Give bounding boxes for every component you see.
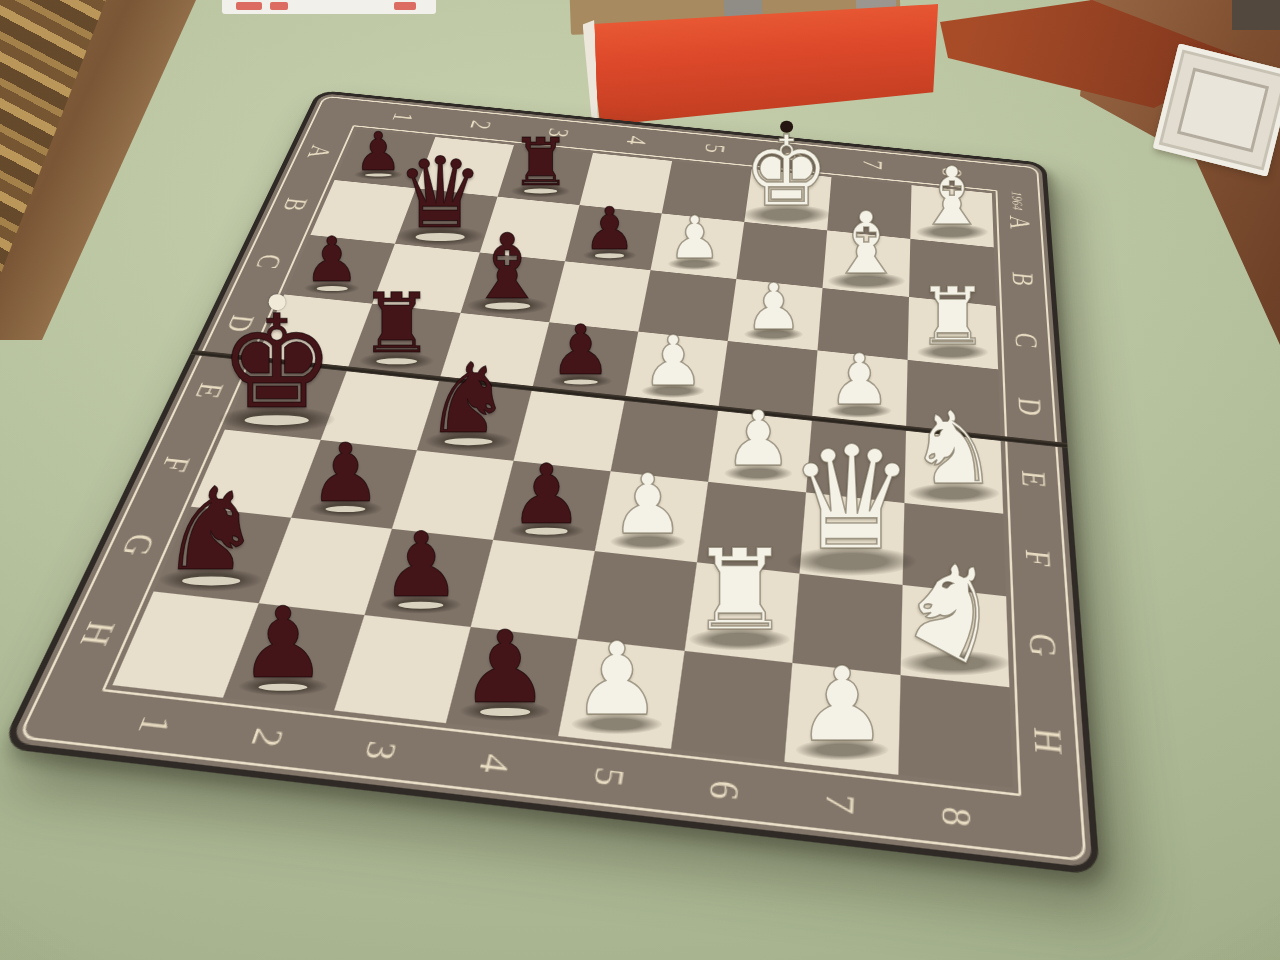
square-H5	[558, 639, 684, 749]
square-C7	[817, 288, 909, 360]
label-right-E: E	[1016, 469, 1051, 489]
square-A5	[662, 161, 752, 222]
label-left-G: G	[116, 532, 162, 558]
appliance-edge	[1232, 0, 1280, 30]
square-H4	[446, 627, 578, 736]
square-G6	[685, 562, 800, 663]
square-C5	[638, 270, 736, 341]
square-E4	[514, 389, 626, 472]
square-A3	[498, 145, 593, 205]
label-right-C: C	[1010, 331, 1042, 349]
square-E7	[806, 418, 906, 503]
label-right-A: A	[1005, 214, 1035, 231]
square-F5	[595, 471, 708, 562]
label-left-H: H	[74, 619, 123, 647]
label-right-H: H	[1028, 725, 1069, 755]
label-left-F: F	[155, 454, 196, 473]
square-H7	[784, 663, 900, 775]
red-print-mark	[394, 2, 416, 10]
square-C8	[908, 297, 998, 369]
label-right-G: G	[1023, 631, 1062, 658]
square-G8	[901, 585, 1010, 687]
square-B6	[736, 222, 827, 288]
square-B8	[909, 239, 996, 306]
square-E6	[708, 408, 812, 492]
square-E5	[611, 398, 719, 481]
red-print-mark	[236, 2, 262, 10]
square-F6	[697, 482, 806, 574]
square-C3	[461, 253, 565, 323]
label-left-E: E	[190, 381, 230, 400]
chess-board: 11AA22BB33CC44DD55EE66FF77GG88HH 1964	[0, 90, 1100, 875]
square-A4	[580, 153, 673, 214]
square-B5	[651, 213, 745, 279]
square-G7	[792, 574, 902, 675]
square-C4	[549, 261, 650, 331]
label-left-C: C	[251, 253, 288, 270]
square-A7	[827, 177, 911, 239]
label-left-A: A	[303, 144, 337, 160]
square-B3	[480, 197, 580, 262]
label-left-B: B	[278, 196, 313, 212]
red-chess-box	[564, 0, 969, 137]
square-F7	[800, 492, 905, 585]
square-F8	[903, 503, 1007, 596]
square-A8	[910, 185, 993, 247]
red-print-mark	[270, 2, 288, 10]
square-C6	[728, 279, 823, 350]
square-H6	[671, 651, 792, 762]
square-G5	[577, 551, 697, 651]
board-squares	[112, 129, 1012, 788]
label-right-D: D	[1013, 396, 1047, 417]
label-left-D: D	[221, 313, 260, 333]
white-card-strip	[222, 0, 436, 14]
square-G4	[471, 540, 595, 639]
square-H8	[898, 675, 1013, 788]
square-F4	[493, 461, 610, 551]
square-A6	[744, 169, 831, 230]
square-B4	[565, 205, 662, 270]
maker-signature: 1964	[1008, 191, 1025, 211]
square-E8	[904, 428, 1003, 513]
label-right-B: B	[1008, 271, 1039, 288]
square-B7	[823, 230, 911, 297]
label-right-F: F	[1020, 548, 1057, 568]
